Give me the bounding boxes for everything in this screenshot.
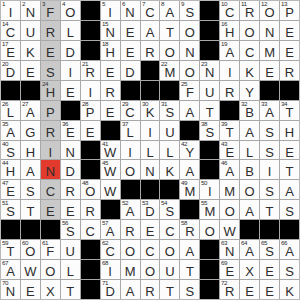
cell-r12c7[interactable]: C bbox=[141, 240, 160, 259]
cell-r3c3[interactable]: I bbox=[61, 61, 80, 80]
cell-letter: O bbox=[165, 244, 175, 259]
cell-r7c0[interactable]: 40S bbox=[1, 141, 20, 160]
cell-r8c0[interactable]: 44H bbox=[1, 160, 20, 179]
cell-letter: T bbox=[266, 204, 274, 219]
cell-r10c12[interactable]: A bbox=[240, 200, 259, 219]
cell-r0c0[interactable]: 1I bbox=[1, 1, 20, 20]
cell-letter: A bbox=[285, 184, 294, 199]
cell-r6c1[interactable]: G bbox=[21, 121, 40, 140]
cell-r6c3[interactable]: 36E bbox=[61, 121, 80, 140]
cell-r11c5[interactable]: 57A bbox=[101, 220, 120, 239]
cell-letter: S bbox=[265, 184, 274, 199]
cell-r8c3[interactable]: D bbox=[61, 160, 80, 179]
cell-r2c8[interactable]: O bbox=[160, 41, 179, 60]
cell-letter: W bbox=[24, 264, 36, 279]
cell-r8c6[interactable]: O bbox=[121, 160, 140, 179]
cell-letter: U bbox=[165, 125, 174, 140]
cell-letter: S bbox=[26, 184, 35, 199]
cell-r4c10[interactable]: U bbox=[200, 81, 219, 100]
cell-r0c8[interactable]: 8A bbox=[160, 1, 179, 20]
cell-r11c11[interactable]: W bbox=[220, 220, 239, 239]
cell-letter: M bbox=[224, 184, 235, 199]
black-cell-r6c9 bbox=[180, 121, 199, 140]
black-cell-r11c13 bbox=[260, 220, 279, 239]
cell-r6c6[interactable]: 37L bbox=[121, 121, 140, 140]
cell-r1c3[interactable]: L bbox=[61, 21, 80, 40]
cell-r0c13[interactable]: 12O bbox=[260, 1, 279, 20]
black-cell-r12c4 bbox=[81, 240, 100, 259]
cell-letter: S bbox=[265, 125, 274, 140]
cell-r10c2[interactable]: E bbox=[41, 200, 60, 219]
cell-r13c14[interactable]: S bbox=[280, 260, 299, 279]
black-cell-r1c10 bbox=[200, 21, 219, 40]
cell-number: 34 bbox=[281, 101, 287, 108]
cell-r10c3[interactable]: E bbox=[61, 200, 80, 219]
cell-r7c8[interactable]: L bbox=[160, 141, 179, 160]
cell-r3c12[interactable]: K bbox=[240, 61, 259, 80]
cell-r9c3[interactable]: R bbox=[61, 180, 80, 199]
cell-r11c10[interactable]: O bbox=[200, 220, 219, 239]
cell-number: 32 bbox=[241, 101, 247, 108]
cell-letter: W bbox=[104, 164, 116, 179]
cell-number: 31 bbox=[161, 101, 167, 108]
cell-r3c13[interactable]: E bbox=[260, 61, 279, 80]
cell-r8c9[interactable]: A bbox=[180, 160, 199, 179]
black-cell-r0c10 bbox=[200, 1, 219, 20]
cell-r12c3[interactable]: U bbox=[61, 240, 80, 259]
cell-r9c0[interactable]: 47E bbox=[1, 180, 20, 199]
cell-r5c7[interactable]: 30K bbox=[141, 101, 160, 120]
cell-r13c6[interactable]: M bbox=[121, 260, 140, 279]
cell-r14c1[interactable]: E bbox=[21, 280, 40, 299]
cell-number: 35 bbox=[2, 121, 8, 128]
cell-letter: N bbox=[145, 164, 154, 179]
cell-letter: K bbox=[245, 65, 254, 80]
cell-r12c6[interactable]: O bbox=[121, 240, 140, 259]
cell-r5c10[interactable]: T bbox=[200, 101, 219, 120]
crossword-puzzle: 1I2N3F4O5I6N7C8A9S10C11R12O13P14CURL15NE… bbox=[0, 0, 300, 300]
cell-r6c7[interactable]: I bbox=[141, 121, 160, 140]
cell-r9c5[interactable]: W bbox=[101, 180, 120, 199]
cell-r2c0[interactable]: 17E bbox=[1, 41, 20, 60]
cell-letter: R bbox=[105, 85, 114, 100]
cell-number: 52 bbox=[122, 200, 128, 207]
cell-r8c2[interactable]: N bbox=[41, 160, 60, 179]
cell-letter: D bbox=[66, 164, 75, 179]
cell-letter: S bbox=[46, 65, 55, 80]
black-cell-r10c9 bbox=[180, 200, 199, 219]
cell-letter: T bbox=[66, 284, 74, 299]
cell-letter: F bbox=[46, 5, 54, 20]
cell-r0c5[interactable]: 5I bbox=[101, 1, 120, 20]
cell-letter: N bbox=[125, 5, 134, 20]
cell-r6c4[interactable]: E bbox=[81, 121, 100, 140]
cell-r2c14[interactable]: E bbox=[280, 41, 299, 60]
cell-r12c1[interactable]: 60O bbox=[21, 240, 40, 259]
cell-r3c5[interactable]: E bbox=[101, 61, 120, 80]
cell-r12c14[interactable]: 66A bbox=[280, 240, 299, 259]
cell-r12c0[interactable]: 59T bbox=[1, 240, 20, 259]
cell-number: 6 bbox=[122, 1, 125, 8]
cell-r3c10[interactable]: 23N bbox=[200, 61, 219, 80]
cell-letter: N bbox=[265, 25, 274, 40]
cell-r5c14[interactable]: 34T bbox=[280, 101, 299, 120]
black-cell-r9c8 bbox=[160, 180, 179, 199]
cell-r1c9[interactable]: O bbox=[180, 21, 199, 40]
cell-r11c3[interactable]: 56S bbox=[61, 220, 80, 239]
cell-number: 65 bbox=[261, 240, 267, 247]
cell-number: 36 bbox=[62, 121, 68, 128]
cell-r13c2[interactable]: O bbox=[41, 260, 60, 279]
cell-r6c13[interactable]: S bbox=[260, 121, 279, 140]
cell-r7c9[interactable]: 42Y bbox=[180, 141, 199, 160]
cell-r13c13[interactable]: E bbox=[260, 260, 279, 279]
cell-r2c7[interactable]: R bbox=[141, 41, 160, 60]
cell-letter: E bbox=[106, 105, 115, 120]
cell-r3c1[interactable]: E bbox=[21, 61, 40, 80]
cell-number: 9 bbox=[181, 1, 184, 8]
cell-number: 58 bbox=[181, 220, 187, 227]
cell-number: 69 bbox=[221, 260, 227, 267]
cell-r11c8[interactable]: C bbox=[160, 220, 179, 239]
cell-r1c14[interactable]: E bbox=[280, 21, 299, 40]
cell-r5c6[interactable]: 29C bbox=[121, 101, 140, 120]
cell-number: 41 bbox=[102, 141, 108, 148]
cell-letter: K bbox=[26, 45, 35, 60]
cell-letter: I bbox=[68, 65, 72, 80]
cell-r6c12[interactable]: A bbox=[240, 121, 259, 140]
black-cell-r7c4 bbox=[81, 141, 100, 160]
cell-letter: L bbox=[67, 264, 74, 279]
cell-letter: A bbox=[186, 164, 195, 179]
cell-r9c11[interactable]: M bbox=[220, 180, 239, 199]
cell-r10c8[interactable]: 54S bbox=[160, 200, 179, 219]
cell-r7c7[interactable]: L bbox=[141, 141, 160, 160]
cell-letter: M bbox=[264, 45, 275, 60]
cell-r13c0[interactable]: 67A bbox=[1, 260, 20, 279]
cell-letter: R bbox=[225, 85, 234, 100]
cell-r10c1[interactable]: T bbox=[21, 200, 40, 219]
cell-r9c12[interactable]: O bbox=[240, 180, 259, 199]
cell-r2c9[interactable]: N bbox=[180, 41, 199, 60]
cell-r0c2[interactable]: 3F bbox=[41, 1, 60, 20]
cell-r14c7[interactable]: R bbox=[141, 280, 160, 299]
cell-r6c8[interactable]: U bbox=[160, 121, 179, 140]
cell-r11c9[interactable]: 58R bbox=[180, 220, 199, 239]
cell-letter: I bbox=[88, 85, 92, 100]
cell-r7c13[interactable]: S bbox=[260, 141, 279, 160]
cell-letter: E bbox=[285, 25, 294, 40]
cell-r3c11[interactable]: I bbox=[220, 61, 239, 80]
cell-letter: T bbox=[206, 105, 214, 120]
cell-r2c3[interactable]: D bbox=[61, 41, 80, 60]
cell-number: 62 bbox=[102, 240, 108, 247]
cell-letter: W bbox=[104, 184, 116, 199]
cell-r3c4[interactable]: 21R bbox=[81, 61, 100, 80]
cell-letter: R bbox=[46, 25, 55, 40]
cell-number: 71 bbox=[102, 280, 108, 287]
cell-r13c5[interactable]: 68I bbox=[101, 260, 120, 279]
cell-r9c2[interactable]: C bbox=[41, 180, 60, 199]
cell-number: 38 bbox=[201, 121, 207, 128]
cell-r9c4[interactable]: 48O bbox=[81, 180, 100, 199]
cell-r13c11[interactable]: 69E bbox=[220, 260, 239, 279]
cell-letter: E bbox=[86, 125, 95, 140]
cell-letter: R bbox=[285, 65, 294, 80]
cell-r3c2[interactable]: S bbox=[41, 61, 60, 80]
cell-r6c0[interactable]: 35A bbox=[1, 121, 20, 140]
cell-r1c0[interactable]: 14C bbox=[1, 21, 20, 40]
cell-r8c8[interactable]: K bbox=[160, 160, 179, 179]
cell-letter: E bbox=[26, 65, 35, 80]
cell-r0c1[interactable]: 2N bbox=[21, 1, 40, 20]
cell-r5c1[interactable]: 27A bbox=[21, 101, 40, 120]
cell-r9c14[interactable]: A bbox=[280, 180, 299, 199]
cell-r13c8[interactable]: U bbox=[160, 260, 179, 279]
cell-number: 20 bbox=[2, 61, 8, 68]
cell-r14c11[interactable]: 72R bbox=[220, 280, 239, 299]
cell-letter: T bbox=[186, 264, 194, 279]
cell-letter: W bbox=[224, 224, 236, 239]
cell-letter: D bbox=[125, 65, 134, 80]
cell-r6c11[interactable]: 39T bbox=[220, 121, 239, 140]
cell-r0c12[interactable]: 11R bbox=[240, 1, 259, 20]
cell-number: 18 bbox=[102, 41, 108, 48]
cell-r14c12[interactable]: E bbox=[240, 280, 259, 299]
cell-r11c6[interactable]: R bbox=[121, 220, 140, 239]
cell-r4c4[interactable]: I bbox=[81, 81, 100, 100]
cell-r7c3[interactable]: N bbox=[61, 141, 80, 160]
cell-r2c5[interactable]: 18H bbox=[101, 41, 120, 60]
cell-letter: N bbox=[46, 164, 55, 179]
cell-r8c13[interactable]: I bbox=[260, 160, 279, 179]
cell-r4c2[interactable]: 24H bbox=[41, 81, 60, 100]
cell-r12c12[interactable]: 64A bbox=[240, 240, 259, 259]
cell-letter: H bbox=[6, 164, 15, 179]
cell-r7c2[interactable]: I bbox=[41, 141, 60, 160]
cell-r7c11[interactable]: 43E bbox=[220, 141, 239, 160]
cell-r11c4[interactable]: C bbox=[81, 220, 100, 239]
black-cell-r4c7 bbox=[141, 81, 160, 100]
cell-letter: I bbox=[268, 164, 272, 179]
cell-r0c3[interactable]: 4O bbox=[61, 1, 80, 20]
cell-r11c7[interactable]: E bbox=[141, 220, 160, 239]
cell-r5c4[interactable]: 28P bbox=[81, 101, 100, 120]
cell-r2c12[interactable]: C bbox=[240, 41, 259, 60]
cell-r2c13[interactable]: M bbox=[260, 41, 279, 60]
cell-r10c13[interactable]: T bbox=[260, 200, 279, 219]
cell-letter: M bbox=[125, 264, 136, 279]
black-cell-r2c10 bbox=[200, 41, 219, 60]
cell-r12c8[interactable]: O bbox=[160, 240, 179, 259]
cell-number: 30 bbox=[142, 101, 148, 108]
cell-r5c0[interactable]: 26L bbox=[1, 101, 20, 120]
cell-letter: E bbox=[265, 65, 274, 80]
cell-r10c4[interactable]: R bbox=[81, 200, 100, 219]
cell-r13c7[interactable]: O bbox=[141, 260, 160, 279]
cell-number: 51 bbox=[2, 200, 8, 207]
cell-r12c9[interactable]: A bbox=[180, 240, 199, 259]
cell-r12c13[interactable]: 65S bbox=[260, 240, 279, 259]
cell-r3c8[interactable]: 22M bbox=[160, 61, 179, 80]
cell-letter: R bbox=[46, 125, 55, 140]
cell-r14c13[interactable]: E bbox=[260, 280, 279, 299]
cell-r2c2[interactable]: E bbox=[41, 41, 60, 60]
cell-r14c6[interactable]: A bbox=[121, 280, 140, 299]
cell-letter: X bbox=[245, 264, 254, 279]
cell-r1c2[interactable]: R bbox=[41, 21, 60, 40]
cell-r1c5[interactable]: 15N bbox=[101, 21, 120, 40]
cell-r2c1[interactable]: K bbox=[21, 41, 40, 60]
cell-r14c2[interactable]: X bbox=[41, 280, 60, 299]
cell-r7c1[interactable]: H bbox=[21, 141, 40, 160]
cell-r4c12[interactable]: Y bbox=[240, 81, 259, 100]
cell-number: 59 bbox=[2, 240, 8, 247]
cell-r6c2[interactable]: R bbox=[41, 121, 60, 140]
cell-r12c11[interactable]: 63N bbox=[220, 240, 239, 259]
cell-r0c7[interactable]: 7C bbox=[141, 1, 160, 20]
cell-r14c9[interactable]: S bbox=[180, 280, 199, 299]
black-cell-r10c5 bbox=[101, 200, 120, 219]
cell-r10c14[interactable]: S bbox=[280, 200, 299, 219]
cell-r14c14[interactable]: K bbox=[280, 280, 299, 299]
cell-r1c7[interactable]: A bbox=[141, 21, 160, 40]
black-cell-r7c10 bbox=[200, 141, 219, 160]
cell-number: 3 bbox=[42, 1, 45, 8]
cell-r4c11[interactable]: R bbox=[220, 81, 239, 100]
cell-letter: S bbox=[265, 145, 274, 160]
cell-r8c14[interactable]: T bbox=[280, 160, 299, 179]
cell-r8c5[interactable]: 45W bbox=[101, 160, 120, 179]
cell-r1c11[interactable]: 16H bbox=[220, 21, 239, 40]
cell-r7c6[interactable]: I bbox=[121, 141, 140, 160]
cell-r8c12[interactable]: B bbox=[240, 160, 259, 179]
cell-r9c13[interactable]: S bbox=[260, 180, 279, 199]
cell-r14c0[interactable]: 70N bbox=[1, 280, 20, 299]
cell-r12c2[interactable]: 61F bbox=[41, 240, 60, 259]
cell-r8c7[interactable]: N bbox=[141, 160, 160, 179]
cell-r2c11[interactable]: 19A bbox=[220, 41, 239, 60]
cell-r7c14[interactable]: E bbox=[280, 141, 299, 160]
black-cell-r1c4 bbox=[81, 21, 100, 40]
cell-r9c10[interactable]: 50I bbox=[200, 180, 219, 199]
cell-r1c1[interactable]: U bbox=[21, 21, 40, 40]
cell-letter: O bbox=[245, 184, 255, 199]
cell-letter: A bbox=[245, 204, 254, 219]
cell-number: 63 bbox=[221, 240, 227, 247]
cell-number: 48 bbox=[82, 180, 88, 187]
cell-number: 7 bbox=[142, 1, 145, 8]
cell-r10c7[interactable]: 53D bbox=[141, 200, 160, 219]
black-cell-r14c10 bbox=[200, 280, 219, 299]
cell-r10c0[interactable]: 51S bbox=[1, 200, 20, 219]
black-cell-r11c0 bbox=[1, 220, 20, 239]
cell-r9c1[interactable]: S bbox=[21, 180, 40, 199]
cell-r4c3[interactable]: E bbox=[61, 81, 80, 100]
cell-r10c6[interactable]: 52A bbox=[121, 200, 140, 219]
cell-r5c13[interactable]: 33A bbox=[260, 101, 279, 120]
cell-number: 22 bbox=[161, 61, 167, 68]
cell-letter: O bbox=[225, 204, 235, 219]
cell-r14c5[interactable]: 71D bbox=[101, 280, 120, 299]
cell-letter: R bbox=[125, 224, 134, 239]
cell-r5c5[interactable]: E bbox=[101, 101, 120, 120]
cell-r10c11[interactable]: O bbox=[220, 200, 239, 219]
cell-number: 42 bbox=[181, 141, 187, 148]
cell-r7c5[interactable]: 41W bbox=[101, 141, 120, 160]
cell-letter: C bbox=[145, 5, 154, 20]
cell-r2c6[interactable]: E bbox=[121, 41, 140, 60]
cell-r0c11[interactable]: 10C bbox=[220, 1, 239, 20]
cell-letter: E bbox=[265, 264, 274, 279]
cell-letter: I bbox=[148, 125, 152, 140]
cell-r9c9[interactable]: 49M bbox=[180, 180, 199, 199]
cell-r5c12[interactable]: 32B bbox=[240, 101, 259, 120]
cell-letter: M bbox=[184, 184, 195, 199]
black-cell-r11c2 bbox=[41, 220, 60, 239]
cell-r0c9[interactable]: 9S bbox=[180, 1, 199, 20]
cell-number: 57 bbox=[102, 220, 108, 227]
black-cell-r8c4 bbox=[81, 160, 100, 179]
cell-r5c2[interactable]: P bbox=[41, 101, 60, 120]
cell-r3c14[interactable]: R bbox=[280, 61, 299, 80]
cell-number: 12 bbox=[261, 1, 267, 8]
cell-r0c6[interactable]: 6N bbox=[121, 1, 140, 20]
cell-letter: A bbox=[186, 105, 195, 120]
cell-number: 2 bbox=[22, 1, 25, 8]
cell-r10c10[interactable]: 55M bbox=[200, 200, 219, 219]
cell-r5c8[interactable]: 31S bbox=[160, 101, 179, 120]
cell-letter: L bbox=[146, 145, 153, 160]
cell-r13c3[interactable]: L bbox=[61, 260, 80, 279]
cell-number: 44 bbox=[2, 160, 8, 167]
cell-number: 43 bbox=[221, 141, 227, 148]
cell-r3c9[interactable]: O bbox=[180, 61, 199, 80]
cell-r13c1[interactable]: W bbox=[21, 260, 40, 279]
cell-letter: I bbox=[128, 145, 132, 160]
cell-r8c11[interactable]: 46A bbox=[220, 160, 239, 179]
cell-r4c5[interactable]: R bbox=[101, 81, 120, 100]
cell-r4c9[interactable]: 25F bbox=[180, 81, 199, 100]
cell-letter: S bbox=[285, 264, 294, 279]
cell-number: 17 bbox=[2, 41, 8, 48]
cell-letter: O bbox=[145, 264, 155, 279]
cell-r0c14[interactable]: 13P bbox=[280, 1, 299, 20]
cell-r3c6[interactable]: D bbox=[121, 61, 140, 80]
cell-r1c12[interactable]: O bbox=[240, 21, 259, 40]
crossword-board: 1I2N3F4O5I6N7C8A9S10C11R12O13P14CURL15NE… bbox=[0, 0, 300, 300]
cell-r1c6[interactable]: E bbox=[121, 21, 140, 40]
cell-r6c10[interactable]: 38S bbox=[200, 121, 219, 140]
cell-r5c9[interactable]: A bbox=[180, 101, 199, 120]
cell-letter: O bbox=[65, 5, 75, 20]
cell-r7c12[interactable]: L bbox=[240, 141, 259, 160]
cell-number: 47 bbox=[2, 180, 8, 187]
cell-r14c8[interactable]: T bbox=[160, 280, 179, 299]
cell-r13c12[interactable]: X bbox=[240, 260, 259, 279]
cell-r1c13[interactable]: N bbox=[260, 21, 279, 40]
cell-r6c14[interactable]: H bbox=[280, 121, 299, 140]
cell-letter: R bbox=[145, 45, 154, 60]
cell-r1c8[interactable]: T bbox=[160, 21, 179, 40]
cell-r14c3[interactable]: T bbox=[61, 280, 80, 299]
cell-r13c9[interactable]: T bbox=[180, 260, 199, 279]
cell-r12c5[interactable]: 62C bbox=[101, 240, 120, 259]
cell-number: 68 bbox=[102, 260, 108, 267]
cell-letter: E bbox=[6, 184, 15, 199]
cell-r3c0[interactable]: 20D bbox=[1, 61, 20, 80]
cell-r8c1[interactable]: A bbox=[21, 160, 40, 179]
